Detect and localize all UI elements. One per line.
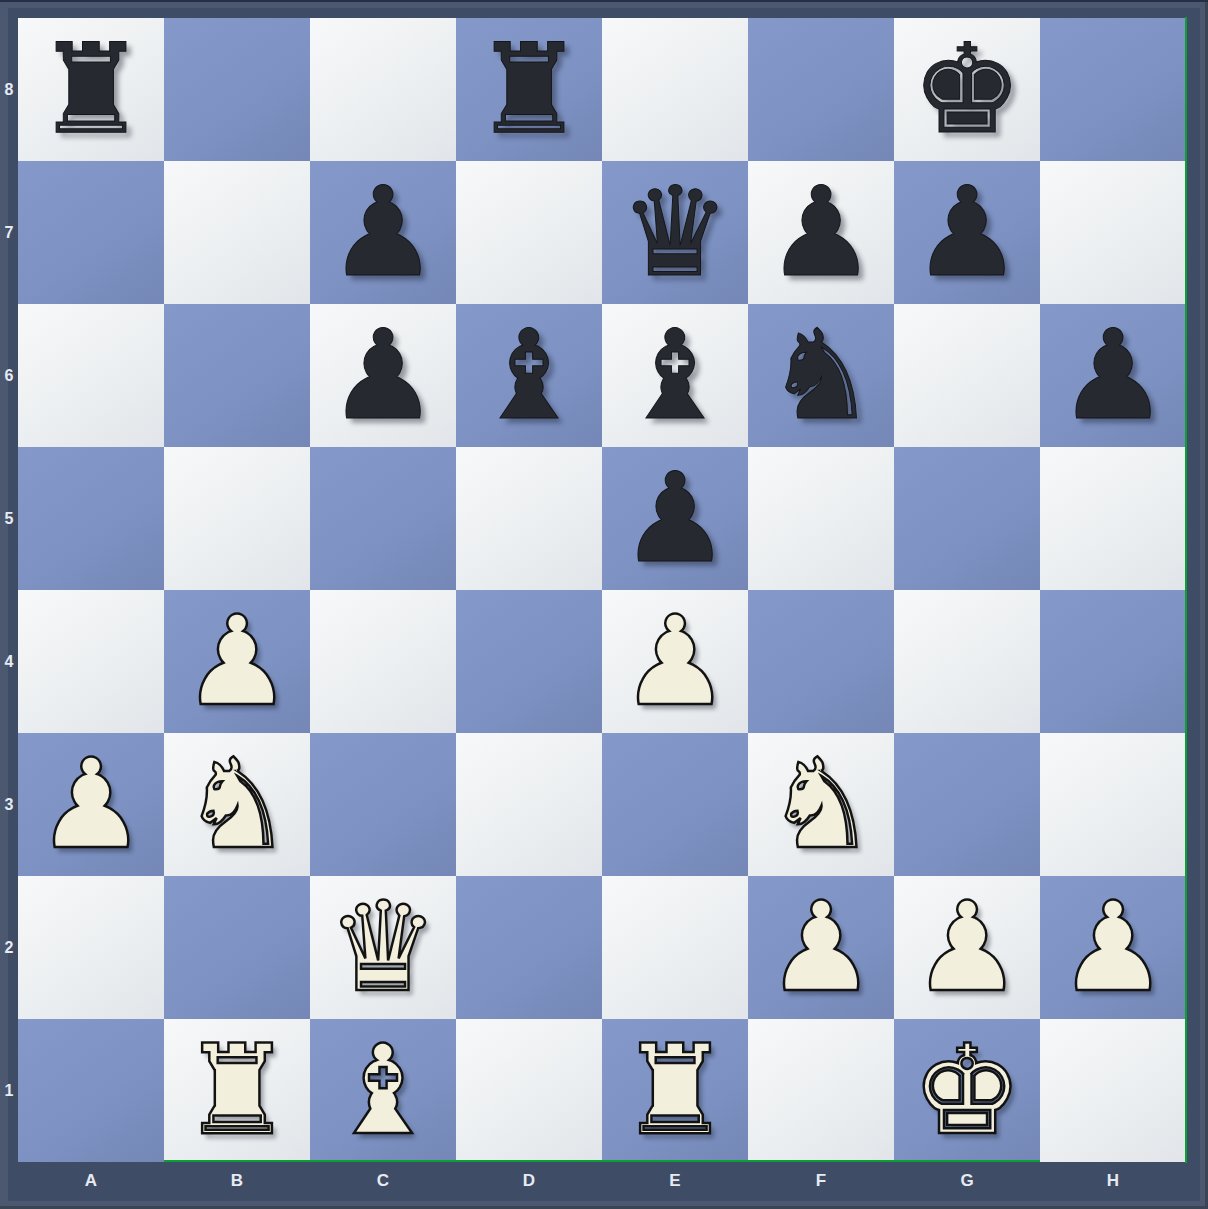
- square-f8[interactable]: [748, 18, 894, 161]
- white-pawn[interactable]: ♟: [911, 876, 1022, 1019]
- black-king[interactable]: ♚: [911, 18, 1022, 161]
- square-f5[interactable]: [748, 447, 894, 590]
- square-d8[interactable]: ♜: [456, 18, 602, 161]
- white-king[interactable]: ♚: [911, 1019, 1022, 1162]
- square-c3[interactable]: [310, 733, 456, 876]
- board-edge-highlight-right: [1185, 17, 1187, 1163]
- file-label-b: B: [164, 1162, 310, 1200]
- square-a2[interactable]: [18, 876, 164, 1019]
- square-h8[interactable]: [1040, 18, 1186, 161]
- square-f6[interactable]: ♞: [748, 304, 894, 447]
- square-a3[interactable]: ♟: [18, 733, 164, 876]
- rank-label-1: 1: [0, 1019, 18, 1162]
- file-label-c: C: [310, 1162, 456, 1200]
- square-c4[interactable]: [310, 590, 456, 733]
- file-coordinates: ABCDEFGH: [18, 1162, 1186, 1209]
- square-f1[interactable]: [748, 1019, 894, 1162]
- square-g5[interactable]: [894, 447, 1040, 590]
- square-e6[interactable]: ♝: [602, 304, 748, 447]
- black-knight[interactable]: ♞: [765, 304, 876, 447]
- square-b5[interactable]: [164, 447, 310, 590]
- rank-label-7: 7: [0, 161, 18, 304]
- chess-board-frame: 87654321 ♜♜♚♟♛♟♟♟♝♝♞♟♟♟♟♟♞♞♛♟♟♟♜♝♜♚ ABCD…: [0, 0, 1208, 1209]
- black-pawn[interactable]: ♟: [911, 161, 1022, 304]
- black-pawn[interactable]: ♟: [327, 161, 438, 304]
- square-b2[interactable]: [164, 876, 310, 1019]
- white-rook[interactable]: ♜: [619, 1019, 730, 1162]
- square-g1[interactable]: ♚: [894, 1019, 1040, 1162]
- square-g4[interactable]: [894, 590, 1040, 733]
- square-h6[interactable]: ♟: [1040, 304, 1186, 447]
- square-b3[interactable]: ♞: [164, 733, 310, 876]
- square-d3[interactable]: [456, 733, 602, 876]
- black-rook[interactable]: ♜: [35, 18, 146, 161]
- square-e1[interactable]: ♜: [602, 1019, 748, 1162]
- square-h5[interactable]: [1040, 447, 1186, 590]
- square-e3[interactable]: [602, 733, 748, 876]
- square-b4[interactable]: ♟: [164, 590, 310, 733]
- white-pawn[interactable]: ♟: [1057, 876, 1168, 1019]
- square-g6[interactable]: [894, 304, 1040, 447]
- square-d1[interactable]: [456, 1019, 602, 1162]
- chess-board[interactable]: ♜♜♚♟♛♟♟♟♝♝♞♟♟♟♟♟♞♞♛♟♟♟♜♝♜♚: [18, 18, 1186, 1162]
- rank-label-5: 5: [0, 447, 18, 590]
- black-bishop[interactable]: ♝: [473, 304, 584, 447]
- white-knight[interactable]: ♞: [181, 733, 292, 876]
- square-c7[interactable]: ♟: [310, 161, 456, 304]
- black-pawn[interactable]: ♟: [1057, 304, 1168, 447]
- square-h7[interactable]: [1040, 161, 1186, 304]
- rank-label-6: 6: [0, 304, 18, 447]
- file-label-f: F: [748, 1162, 894, 1200]
- file-label-d: D: [456, 1162, 602, 1200]
- black-pawn[interactable]: ♟: [765, 161, 876, 304]
- square-e2[interactable]: [602, 876, 748, 1019]
- rank-coordinates: 87654321: [0, 18, 18, 1162]
- file-label-e: E: [602, 1162, 748, 1200]
- square-e8[interactable]: [602, 18, 748, 161]
- square-d5[interactable]: [456, 447, 602, 590]
- white-pawn[interactable]: ♟: [619, 590, 730, 733]
- square-d6[interactable]: ♝: [456, 304, 602, 447]
- square-c1[interactable]: ♝: [310, 1019, 456, 1162]
- square-a5[interactable]: [18, 447, 164, 590]
- square-a4[interactable]: [18, 590, 164, 733]
- square-f3[interactable]: ♞: [748, 733, 894, 876]
- board-edge-highlight-bottom: [164, 1160, 1040, 1162]
- white-rook[interactable]: ♜: [181, 1019, 292, 1162]
- white-pawn[interactable]: ♟: [181, 590, 292, 733]
- white-pawn[interactable]: ♟: [35, 733, 146, 876]
- square-c6[interactable]: ♟: [310, 304, 456, 447]
- black-pawn[interactable]: ♟: [327, 304, 438, 447]
- square-b8[interactable]: [164, 18, 310, 161]
- square-d2[interactable]: [456, 876, 602, 1019]
- rank-label-3: 3: [0, 733, 18, 876]
- rank-label-8: 8: [0, 18, 18, 161]
- square-e4[interactable]: ♟: [602, 590, 748, 733]
- file-label-h: H: [1040, 1162, 1186, 1200]
- white-queen[interactable]: ♛: [327, 876, 438, 1019]
- black-rook[interactable]: ♜: [473, 18, 584, 161]
- black-pawn[interactable]: ♟: [619, 447, 730, 590]
- square-c2[interactable]: ♛: [310, 876, 456, 1019]
- frame-top-edge: [0, 0, 1208, 2]
- square-f2[interactable]: ♟: [748, 876, 894, 1019]
- square-h1[interactable]: [1040, 1019, 1186, 1162]
- square-c5[interactable]: [310, 447, 456, 590]
- square-g3[interactable]: [894, 733, 1040, 876]
- square-c8[interactable]: [310, 18, 456, 161]
- square-g7[interactable]: ♟: [894, 161, 1040, 304]
- square-a8[interactable]: ♜: [18, 18, 164, 161]
- white-pawn[interactable]: ♟: [765, 876, 876, 1019]
- square-f4[interactable]: [748, 590, 894, 733]
- square-h3[interactable]: [1040, 733, 1186, 876]
- file-label-a: A: [18, 1162, 164, 1200]
- white-bishop[interactable]: ♝: [327, 1019, 438, 1162]
- square-g8[interactable]: ♚: [894, 18, 1040, 161]
- white-knight[interactable]: ♞: [765, 733, 876, 876]
- square-a7[interactable]: [18, 161, 164, 304]
- square-b1[interactable]: ♜: [164, 1019, 310, 1162]
- square-g2[interactable]: ♟: [894, 876, 1040, 1019]
- square-h4[interactable]: [1040, 590, 1186, 733]
- square-f7[interactable]: ♟: [748, 161, 894, 304]
- file-label-g: G: [894, 1162, 1040, 1200]
- square-d7[interactable]: [456, 161, 602, 304]
- black-bishop[interactable]: ♝: [619, 304, 730, 447]
- black-queen[interactable]: ♛: [619, 161, 730, 304]
- square-e7[interactable]: ♛: [602, 161, 748, 304]
- rank-label-4: 4: [0, 590, 18, 733]
- square-a6[interactable]: [18, 304, 164, 447]
- square-b7[interactable]: [164, 161, 310, 304]
- rank-label-2: 2: [0, 876, 18, 1019]
- square-e5[interactable]: ♟: [602, 447, 748, 590]
- square-d4[interactable]: [456, 590, 602, 733]
- square-a1[interactable]: [18, 1019, 164, 1162]
- square-b6[interactable]: [164, 304, 310, 447]
- square-h2[interactable]: ♟: [1040, 876, 1186, 1019]
